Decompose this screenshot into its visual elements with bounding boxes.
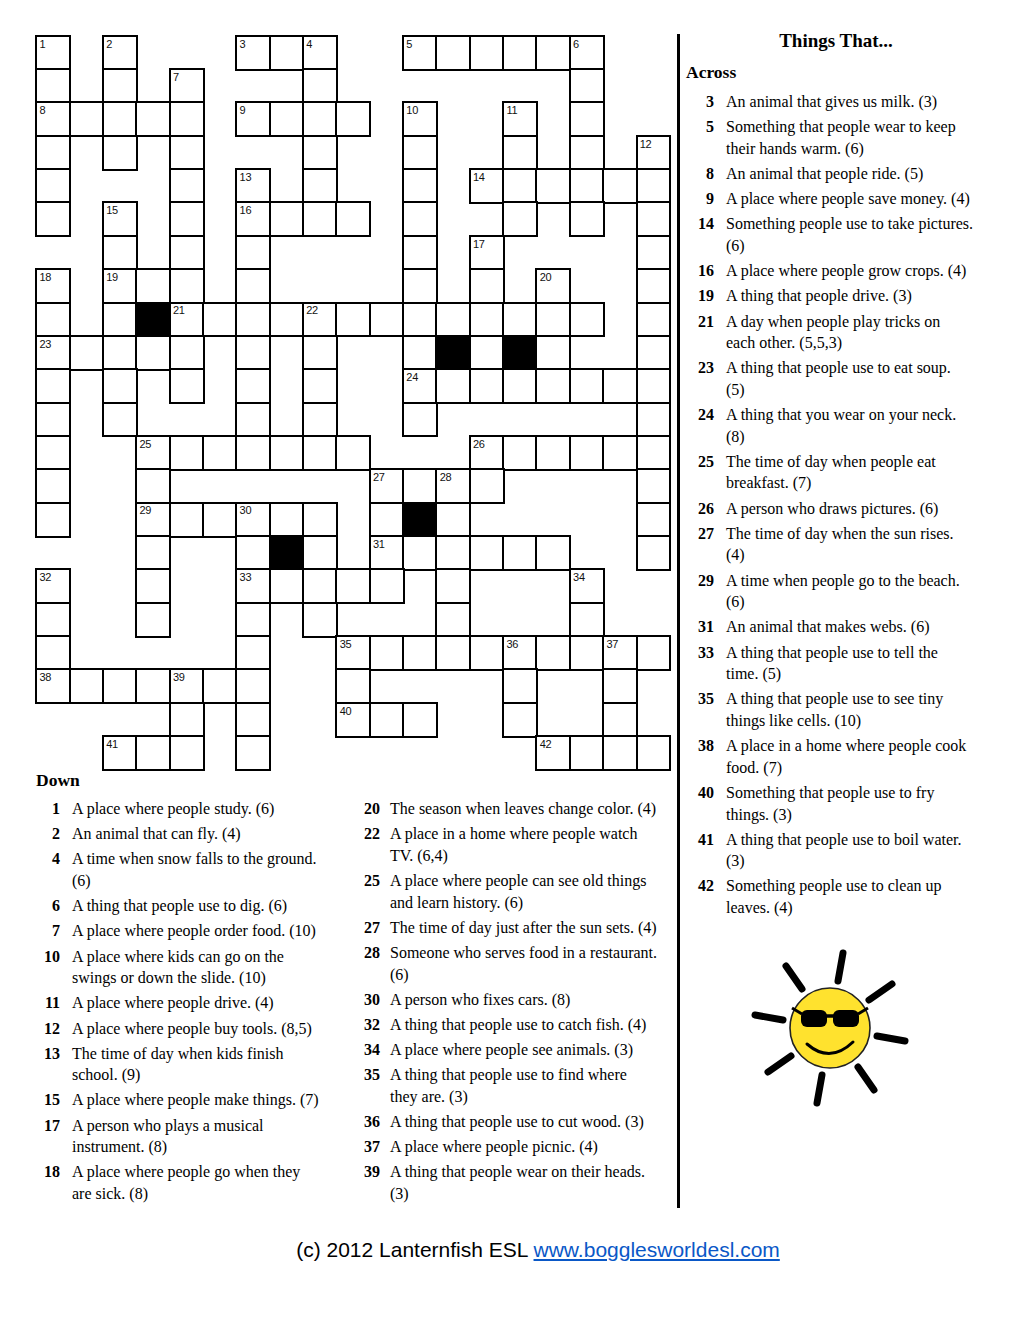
- grid-cell: [569, 302, 605, 338]
- grid-clue-number: 3: [240, 39, 246, 50]
- grid-cell: [269, 35, 305, 71]
- grid-clue-number: 4: [306, 39, 312, 50]
- clue-text: A thing that people use to dig. (6): [72, 897, 287, 914]
- grid-cell: [302, 135, 338, 171]
- across-clue-list: 3An animal that gives us milk. (3)5Somet…: [680, 91, 1012, 919]
- grid-cell: [569, 735, 605, 771]
- copyright-text: (c) 2012 Lanternfish ESL: [296, 1238, 533, 1261]
- grid-cell: [35, 402, 71, 438]
- clue-text: A place where people order food. (10): [72, 922, 316, 939]
- grid-cell: [502, 201, 538, 237]
- clue-text: A thing that people use to eat soup. (5): [726, 359, 951, 398]
- footer-link[interactable]: www.bogglesworldesl.com: [534, 1238, 780, 1261]
- grid-clue-number: 12: [640, 139, 652, 150]
- grid-cell: [202, 302, 238, 338]
- grid-cell: [335, 101, 371, 137]
- clue-text: Something that people use to fry things.…: [726, 784, 934, 823]
- grid-clue-number: 1: [40, 39, 46, 50]
- grid-cell: [135, 335, 171, 371]
- clue-text: Something people use to clean up leaves.…: [726, 877, 942, 916]
- clue-text: An animal that gives us milk. (3): [726, 93, 937, 110]
- clue-text: The time of day just after the sun sets.…: [390, 919, 657, 936]
- grid-cell: [235, 735, 271, 771]
- grid-cell: [402, 168, 438, 204]
- clue-text: An animal that can fly. (4): [72, 825, 241, 842]
- grid-clue-number: 17: [473, 239, 485, 250]
- grid-cell: [35, 468, 71, 504]
- grid-cell: [35, 168, 71, 204]
- across-heading: Across: [686, 62, 1012, 83]
- grid-cell: [535, 535, 571, 571]
- clue-text: An animal that makes webs. (6): [726, 618, 930, 635]
- grid-cell: [335, 668, 371, 704]
- clue-text: A place where people go when they are si…: [72, 1163, 300, 1202]
- grid-cell: [535, 368, 571, 404]
- clue-text: The time of day when kids finish school.…: [72, 1045, 284, 1084]
- grid-cell: [402, 635, 438, 671]
- sun-face: [790, 988, 870, 1068]
- clue-text: An animal that people ride. (5): [726, 165, 923, 182]
- clue-number: 18: [26, 1161, 60, 1183]
- grid-cell: [102, 402, 138, 438]
- clue-number: 38: [680, 735, 714, 757]
- clue-text: The time of day when people eat breakfas…: [726, 453, 936, 492]
- grid-cell: [35, 302, 71, 338]
- crossword-grid: 1234567891011121314151617181920212223242…: [0, 0, 680, 780]
- grid-cell: [569, 101, 605, 137]
- grid-cell: [569, 135, 605, 171]
- across-clue: 5Something that people wear to keep thei…: [680, 116, 992, 159]
- clue-text: A thing that you wear on your neck. (8): [726, 406, 956, 445]
- grid-cell-black: [135, 302, 171, 338]
- grid-clue-number: 28: [440, 472, 452, 483]
- down-heading: Down: [36, 770, 80, 791]
- clue-number: 35: [344, 1064, 380, 1086]
- grid-cell: [335, 435, 371, 471]
- down-clue: 39A thing that people wear on their head…: [344, 1161, 675, 1204]
- grid-cell: [135, 735, 171, 771]
- across-clue: 38A place in a home where people cook fo…: [680, 735, 992, 778]
- grid-cell: [369, 635, 405, 671]
- grid-cell: [269, 101, 305, 137]
- grid-cell: [435, 602, 471, 638]
- across-clue: 9A place where people save money. (4): [680, 188, 992, 210]
- across-clue: 35A thing that people use to see tiny th…: [680, 688, 992, 731]
- clue-number: 22: [344, 823, 380, 845]
- grid-cell: [169, 735, 205, 771]
- grid-cell-black: [435, 335, 471, 371]
- grid-cell: [535, 35, 571, 71]
- grid-clue-number: 20: [540, 272, 552, 283]
- across-clue: 33A thing that people use to tell the ti…: [680, 642, 992, 685]
- clue-number: 27: [344, 917, 380, 939]
- grid-cell: [469, 635, 505, 671]
- clue-text: A place in a home where people watch TV.…: [390, 825, 637, 864]
- grid-clue-number: 40: [340, 706, 352, 717]
- clue-number: 16: [680, 260, 714, 282]
- grid-cell: [602, 168, 638, 204]
- down-clue: 20The season when leaves change color. (…: [344, 798, 675, 820]
- grid-cell: [435, 302, 471, 338]
- clue-number: 25: [680, 451, 714, 473]
- down-clue: 37A place where people picnic. (4): [344, 1136, 675, 1158]
- across-clue: 27The time of day when the sun rises. (4…: [680, 523, 992, 566]
- grid-cell: [269, 302, 305, 338]
- grid-cell: [636, 502, 672, 538]
- grid-cell: [602, 735, 638, 771]
- grid-cell: [636, 468, 672, 504]
- clue-text: A thing that people use to tell the time…: [726, 644, 938, 683]
- clue-number: 13: [26, 1043, 60, 1065]
- clue-number: 6: [26, 895, 60, 917]
- grid-cell: [402, 402, 438, 438]
- grid-cell: [69, 101, 105, 137]
- grid-cell: [169, 235, 205, 271]
- clue-text: A thing that people use to find where th…: [390, 1066, 627, 1105]
- down-clue-list-left: 1A place where people study. (6)2An anim…: [26, 798, 346, 1208]
- grid-clue-number: 21: [173, 305, 185, 316]
- grid-cell: [302, 168, 338, 204]
- grid-cell: [369, 702, 405, 738]
- clue-text: A thing that people use to catch fish. (…: [390, 1016, 646, 1033]
- grid-cell: [235, 335, 271, 371]
- grid-cell: [402, 268, 438, 304]
- grid-cell: [569, 168, 605, 204]
- grid-cell: [636, 735, 672, 771]
- grid-cell: [69, 668, 105, 704]
- grid-clue-number: 15: [106, 205, 118, 216]
- clue-number: 10: [26, 946, 60, 968]
- grid-cell: [135, 602, 171, 638]
- down-clue: 28Someone who serves food in a restauran…: [344, 942, 675, 985]
- clue-text: A person who fixes cars. (8): [390, 991, 570, 1008]
- grid-cell: [369, 502, 405, 538]
- clue-text: Someone who serves food in a restaurant.…: [390, 944, 657, 983]
- grid-cell: [569, 435, 605, 471]
- down-clue: 1A place where people study. (6): [26, 798, 340, 820]
- grid-cell: [235, 535, 271, 571]
- grid-cell: [135, 101, 171, 137]
- grid-cell: [636, 268, 672, 304]
- grid-cell: [102, 68, 138, 104]
- clue-number: 21: [680, 311, 714, 333]
- grid-cell: [302, 368, 338, 404]
- clue-number: 7: [26, 920, 60, 942]
- clue-text: A place where people picnic. (4): [390, 1138, 598, 1155]
- grid-cell: [35, 68, 71, 104]
- clue-number: 28: [344, 942, 380, 964]
- grid-cell: [169, 368, 205, 404]
- grid-clue-number: 23: [40, 339, 52, 350]
- down-clue: 15A place where people make things. (7): [26, 1089, 340, 1111]
- down-clue: 13The time of day when kids finish schoo…: [26, 1043, 340, 1086]
- grid-cell: [235, 435, 271, 471]
- clue-number: 19: [680, 285, 714, 307]
- clue-text: Something people use to take pictures. (…: [726, 215, 973, 254]
- clue-text: Something that people wear to keep their…: [726, 118, 956, 157]
- grid-cell: [235, 268, 271, 304]
- grid-cell: [469, 335, 505, 371]
- grid-cell: [602, 702, 638, 738]
- clue-text: The time of day when the sun rises. (4): [726, 525, 954, 564]
- grid-clue-number: 30: [240, 505, 252, 516]
- grid-cell: [235, 368, 271, 404]
- down-clue: 17A person who plays a musical instrumen…: [26, 1115, 340, 1158]
- grid-cell: [302, 68, 338, 104]
- grid-cell: [636, 402, 672, 438]
- grid-cell: [169, 268, 205, 304]
- grid-cell: [335, 201, 371, 237]
- grid-cell: [402, 302, 438, 338]
- grid-cell: [502, 702, 538, 738]
- grid-cell: [535, 168, 571, 204]
- grid-cell: [302, 101, 338, 137]
- grid-cell: [235, 235, 271, 271]
- grid-cell: [35, 635, 71, 671]
- grid-clue-number: 8: [40, 105, 46, 116]
- clue-text: A person who plays a musical instrument.…: [72, 1117, 264, 1156]
- grid-clue-number: 26: [473, 439, 485, 450]
- grid-cell: [35, 135, 71, 171]
- grid-cell: [435, 368, 471, 404]
- clue-number: 41: [680, 829, 714, 851]
- grid-cell: [35, 502, 71, 538]
- clue-number: 39: [344, 1161, 380, 1183]
- clue-text: A time when people go to the beach. (6): [726, 572, 960, 611]
- clue-text: A thing that people use to cut wood. (3): [390, 1113, 644, 1130]
- across-clue: 31An animal that makes webs. (6): [680, 616, 992, 638]
- grid-cell: [502, 35, 538, 71]
- sun-icon: [745, 940, 915, 1116]
- down-clue: 7A place where people order food. (10): [26, 920, 340, 942]
- grid-cell: [569, 68, 605, 104]
- grid-cell: [102, 235, 138, 271]
- clue-number: 23: [680, 357, 714, 379]
- grid-cell: [535, 335, 571, 371]
- grid-cell: [602, 368, 638, 404]
- grid-clue-number: 36: [506, 639, 518, 650]
- grid-cell: [402, 702, 438, 738]
- grid-cell: [269, 568, 305, 604]
- clue-number: 24: [680, 404, 714, 426]
- across-clue: 42Something people use to clean up leave…: [680, 875, 992, 918]
- grid-cell: [102, 335, 138, 371]
- across-clue: 3An animal that gives us milk. (3): [680, 91, 992, 113]
- grid-clue-number: 39: [173, 672, 185, 683]
- grid-cell: [135, 535, 171, 571]
- grid-cell: [636, 335, 672, 371]
- grid-cell: [102, 668, 138, 704]
- grid-clue-number: 9: [240, 105, 246, 116]
- grid-cell: [335, 568, 371, 604]
- grid-clue-number: 33: [240, 572, 252, 583]
- clue-text: A place where people grow crops. (4): [726, 262, 966, 279]
- grid-cell: [636, 368, 672, 404]
- clue-number: 25: [344, 870, 380, 892]
- clue-number: 4: [26, 848, 60, 870]
- across-clue: 41A thing that people use to boil water.…: [680, 829, 992, 872]
- down-clue: 32A thing that people use to catch fish.…: [344, 1014, 675, 1036]
- clue-number: 17: [26, 1115, 60, 1137]
- down-clue: 25A place where people can see old thing…: [344, 870, 675, 913]
- grid-cell: [469, 302, 505, 338]
- grid-cell: [535, 435, 571, 471]
- clue-number: 5: [680, 116, 714, 138]
- down-clue: 27The time of day just after the sun set…: [344, 917, 675, 939]
- across-clue: 23A thing that people use to eat soup. (…: [680, 357, 992, 400]
- grid-cell: [636, 201, 672, 237]
- clue-text: The season when leaves change color. (4): [390, 800, 656, 817]
- across-clue: 16A place where people grow crops. (4): [680, 260, 992, 282]
- grid-cell: [636, 235, 672, 271]
- grid-clue-number: 6: [573, 39, 579, 50]
- grid-cell: [269, 435, 305, 471]
- grid-clue-number: 35: [340, 639, 352, 650]
- grid-cell: [269, 201, 305, 237]
- grid-clue-number: 18: [40, 272, 52, 283]
- grid-cell: [202, 668, 238, 704]
- grid-cell: [235, 635, 271, 671]
- clue-number: 2: [26, 823, 60, 845]
- grid-cell: [435, 502, 471, 538]
- grid-clue-number: 19: [106, 272, 118, 283]
- clue-number: 8: [680, 163, 714, 185]
- grid-clue-number: 24: [406, 372, 418, 383]
- down-clue-list-right: 20The season when leaves change color. (…: [344, 798, 675, 1208]
- grid-cell: [402, 235, 438, 271]
- clue-text: A place in a home where people cook food…: [726, 737, 966, 776]
- grid-cell: [302, 535, 338, 571]
- grid-clue-number: 5: [406, 39, 412, 50]
- grid-cell: [502, 168, 538, 204]
- grid-cell: [235, 702, 271, 738]
- grid-cell: [302, 435, 338, 471]
- clue-number: 26: [680, 498, 714, 520]
- grid-clue-number: 10: [406, 105, 418, 116]
- clue-number: 14: [680, 213, 714, 235]
- grid-cell: [636, 168, 672, 204]
- across-clue: 24A thing that you wear on your neck. (8…: [680, 404, 992, 447]
- across-clue: 19A thing that people drive. (3): [680, 285, 992, 307]
- down-clue: 2An animal that can fly. (4): [26, 823, 340, 845]
- down-clue: 6A thing that people use to dig. (6): [26, 895, 340, 917]
- grid-cell: [169, 335, 205, 371]
- grid-cell: [369, 302, 405, 338]
- clue-text: A place where people see animals. (3): [390, 1041, 633, 1058]
- grid-cell: [435, 535, 471, 571]
- across-clue: 26A person who draws pictures. (6): [680, 498, 992, 520]
- grid-cell: [636, 435, 672, 471]
- grid-cell: [169, 201, 205, 237]
- grid-cell: [402, 201, 438, 237]
- grid-clue-number: 2: [106, 39, 112, 50]
- grid-clue-number: 13: [240, 172, 252, 183]
- clue-number: 20: [344, 798, 380, 820]
- clue-text: A thing that people use to boil water. (…: [726, 831, 962, 870]
- clue-text: A thing that people drive. (3): [726, 287, 912, 304]
- grid-cell: [402, 335, 438, 371]
- down-clue: 22A place in a home where people watch T…: [344, 823, 675, 866]
- grid-cell: [469, 468, 505, 504]
- page-title: Things That...: [680, 30, 992, 52]
- grid-clue-number: 7: [173, 72, 179, 83]
- grid-cell: [302, 201, 338, 237]
- grid-cell: [69, 335, 105, 371]
- grid-cell: [169, 435, 205, 471]
- grid-cell: [102, 101, 138, 137]
- grid-cell: [435, 568, 471, 604]
- clue-number: 35: [680, 688, 714, 710]
- grid-cell: [35, 602, 71, 638]
- grid-cell: [235, 668, 271, 704]
- grid-clue-number: 38: [40, 672, 52, 683]
- grid-cell: [302, 602, 338, 638]
- grid-clue-number: 14: [473, 172, 485, 183]
- grid-clue-number: 11: [506, 105, 517, 116]
- down-clue: 30A person who fixes cars. (8): [344, 989, 675, 1011]
- grid-cell: [535, 635, 571, 671]
- grid-cell: [636, 302, 672, 338]
- grid-cell: [335, 302, 371, 338]
- grid-cell: [35, 368, 71, 404]
- clue-number: 31: [680, 616, 714, 638]
- grid-clue-number: 34: [573, 572, 585, 583]
- grid-cell: [35, 201, 71, 237]
- down-clue: 4A time when snow falls to the ground. (…: [26, 848, 340, 891]
- grid-cell: [102, 302, 138, 338]
- grid-clue-number: 32: [40, 572, 52, 583]
- grid-clue-number: 31: [373, 539, 385, 550]
- grid-cell: [169, 702, 205, 738]
- grid-cell: [469, 35, 505, 71]
- clue-number: 29: [680, 570, 714, 592]
- clue-number: 27: [680, 523, 714, 545]
- grid-cell: [235, 302, 271, 338]
- grid-cell: [269, 502, 305, 538]
- grid-cell: [569, 602, 605, 638]
- grid-clue-number: 27: [373, 472, 385, 483]
- grid-cell: [636, 635, 672, 671]
- grid-cell: [169, 101, 205, 137]
- grid-cell: [502, 302, 538, 338]
- clue-text: A place where people can see old things …: [390, 872, 646, 911]
- grid-cell: [169, 502, 205, 538]
- grid-cell: [202, 502, 238, 538]
- clue-number: 11: [26, 992, 60, 1014]
- clue-text: A place where people drive. (4): [72, 994, 274, 1011]
- clue-text: A place where people study. (6): [72, 800, 274, 817]
- clue-number: 12: [26, 1018, 60, 1040]
- down-clue: 18A place where people go when they are …: [26, 1161, 340, 1204]
- down-clue: 11A place where people drive. (4): [26, 992, 340, 1014]
- clue-number: 34: [344, 1039, 380, 1061]
- grid-clue-number: 41: [106, 739, 118, 750]
- grid-cell: [135, 268, 171, 304]
- down-clue: 34A place where people see animals. (3): [344, 1039, 675, 1061]
- clue-number: 40: [680, 782, 714, 804]
- clue-number: 9: [680, 188, 714, 210]
- grid-cell: [435, 35, 471, 71]
- grid-clue-number: 25: [140, 439, 152, 450]
- grid-cell: [502, 368, 538, 404]
- grid-cell: [402, 135, 438, 171]
- grid-cell: [602, 668, 638, 704]
- grid-cell: [135, 668, 171, 704]
- grid-cell: [102, 135, 138, 171]
- across-clue: 8An animal that people ride. (5): [680, 163, 992, 185]
- grid-clue-number: 29: [140, 505, 152, 516]
- grid-cell: [569, 635, 605, 671]
